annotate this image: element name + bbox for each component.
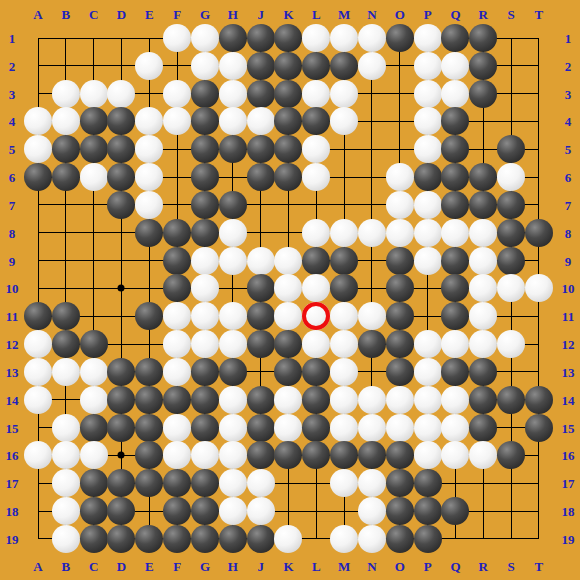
stone-white-O7: [386, 191, 414, 219]
stone-white-A14: [24, 386, 52, 414]
stone-black-K12: [274, 330, 302, 358]
stone-black-L4: [302, 107, 330, 135]
stone-white-P5: [414, 135, 442, 163]
stone-black-D7: [107, 191, 135, 219]
stone-white-B16: [52, 441, 80, 469]
stone-black-G15: [191, 414, 219, 442]
stone-white-D3: [107, 80, 135, 108]
stone-white-H8: [219, 219, 247, 247]
stone-black-Q10: [441, 274, 469, 302]
stone-black-E14: [135, 386, 163, 414]
stone-white-S6: [497, 163, 525, 191]
stone-black-J12: [247, 330, 275, 358]
column-label-top: H: [228, 8, 238, 21]
stone-white-F11: [163, 302, 191, 330]
stone-white-N15: [358, 414, 386, 442]
stone-white-M17: [330, 469, 358, 497]
row-label-right: 1: [565, 32, 572, 45]
stone-black-P6: [414, 163, 442, 191]
stone-white-H16: [219, 441, 247, 469]
stone-white-L6: [302, 163, 330, 191]
row-label-right: 7: [565, 198, 572, 211]
stone-white-E7: [135, 191, 163, 219]
stone-white-Q15: [441, 414, 469, 442]
stone-black-E19: [135, 525, 163, 553]
stone-white-P14: [414, 386, 442, 414]
row-label-right: 16: [562, 449, 575, 462]
row-label-left: 18: [6, 505, 19, 518]
stone-white-B17: [52, 469, 80, 497]
stone-white-G2: [191, 52, 219, 80]
stone-black-T15: [525, 414, 553, 442]
stone-black-O13: [386, 358, 414, 386]
stone-black-E13: [135, 358, 163, 386]
stone-white-R12: [469, 330, 497, 358]
stone-black-C5: [80, 135, 108, 163]
stone-white-H9: [219, 247, 247, 275]
column-label-bottom: G: [200, 560, 210, 573]
stone-black-B12: [52, 330, 80, 358]
stone-black-J3: [247, 80, 275, 108]
column-label-top: D: [117, 8, 126, 21]
stone-white-K11: [274, 302, 302, 330]
row-label-left: 11: [6, 310, 18, 323]
stone-black-Q4: [441, 107, 469, 135]
stone-black-H13: [219, 358, 247, 386]
row-label-right: 12: [562, 338, 575, 351]
stone-black-L13: [302, 358, 330, 386]
stone-white-A4: [24, 107, 52, 135]
stone-black-S7: [497, 191, 525, 219]
stone-white-L5: [302, 135, 330, 163]
column-label-top: G: [200, 8, 210, 21]
stone-black-M10: [330, 274, 358, 302]
column-label-bottom: S: [507, 560, 514, 573]
stone-white-E5: [135, 135, 163, 163]
stone-black-T14: [525, 386, 553, 414]
stone-black-E8: [135, 219, 163, 247]
row-label-left: 1: [9, 32, 16, 45]
stone-black-C12: [80, 330, 108, 358]
stone-black-C19: [80, 525, 108, 553]
stone-white-C14: [80, 386, 108, 414]
stone-black-E16: [135, 441, 163, 469]
row-label-left: 10: [6, 282, 19, 295]
stone-white-B18: [52, 497, 80, 525]
stone-white-N18: [358, 497, 386, 525]
stone-white-M15: [330, 414, 358, 442]
stone-white-F15: [163, 414, 191, 442]
stone-white-N2: [358, 52, 386, 80]
column-label-top: N: [367, 8, 376, 21]
stone-black-O16: [386, 441, 414, 469]
stone-white-L8: [302, 219, 330, 247]
row-label-left: 15: [6, 421, 19, 434]
stone-black-P17: [414, 469, 442, 497]
stone-black-O9: [386, 247, 414, 275]
stone-black-S9: [497, 247, 525, 275]
stone-black-R3: [469, 80, 497, 108]
stone-black-J6: [247, 163, 275, 191]
column-label-top: M: [338, 8, 350, 21]
row-label-left: 4: [9, 115, 16, 128]
stone-white-O6: [386, 163, 414, 191]
stone-black-G19: [191, 525, 219, 553]
stone-black-G13: [191, 358, 219, 386]
stone-white-M3: [330, 80, 358, 108]
stone-white-A16: [24, 441, 52, 469]
column-label-bottom: B: [61, 560, 70, 573]
stone-white-O15: [386, 414, 414, 442]
stone-black-O18: [386, 497, 414, 525]
stone-white-L12: [302, 330, 330, 358]
stone-black-B11: [52, 302, 80, 330]
stone-black-D15: [107, 414, 135, 442]
stone-white-K19: [274, 525, 302, 553]
column-label-bottom: K: [283, 560, 293, 573]
stone-white-F16: [163, 441, 191, 469]
stone-white-H15: [219, 414, 247, 442]
stone-white-P16: [414, 441, 442, 469]
stone-black-Q9: [441, 247, 469, 275]
stone-black-Q5: [441, 135, 469, 163]
stone-black-F8: [163, 219, 191, 247]
stone-black-C4: [80, 107, 108, 135]
stone-black-T8: [525, 219, 553, 247]
stone-black-C18: [80, 497, 108, 525]
stone-white-R8: [469, 219, 497, 247]
row-label-right: 15: [562, 421, 575, 434]
stone-white-P9: [414, 247, 442, 275]
row-label-right: 18: [562, 505, 575, 518]
stone-white-M14: [330, 386, 358, 414]
stone-black-N12: [358, 330, 386, 358]
stone-white-M12: [330, 330, 358, 358]
column-label-bottom: A: [33, 560, 42, 573]
stone-white-R9: [469, 247, 497, 275]
stone-white-B15: [52, 414, 80, 442]
hoshi-point: [118, 452, 125, 459]
stone-black-S16: [497, 441, 525, 469]
stone-black-B5: [52, 135, 80, 163]
column-label-top: T: [535, 8, 544, 21]
stone-black-F18: [163, 497, 191, 525]
stone-white-C3: [80, 80, 108, 108]
stone-black-K6: [274, 163, 302, 191]
stone-white-L1: [302, 24, 330, 52]
stone-black-K5: [274, 135, 302, 163]
row-label-right: 9: [565, 254, 572, 267]
row-label-right: 8: [565, 226, 572, 239]
stone-black-Q1: [441, 24, 469, 52]
stone-black-D4: [107, 107, 135, 135]
stone-white-A13: [24, 358, 52, 386]
column-label-top: K: [283, 8, 293, 21]
row-label-left: 5: [9, 143, 16, 156]
stone-black-O1: [386, 24, 414, 52]
stone-black-R14: [469, 386, 497, 414]
stone-white-N11: [358, 302, 386, 330]
stone-white-P8: [414, 219, 442, 247]
row-label-left: 2: [9, 59, 16, 72]
hoshi-point: [118, 285, 125, 292]
stone-black-G8: [191, 219, 219, 247]
row-label-right: 10: [562, 282, 575, 295]
stone-black-D18: [107, 497, 135, 525]
stone-black-J16: [247, 441, 275, 469]
stone-black-D19: [107, 525, 135, 553]
stone-black-G18: [191, 497, 219, 525]
stone-black-G5: [191, 135, 219, 163]
stone-black-M9: [330, 247, 358, 275]
stone-black-G6: [191, 163, 219, 191]
column-label-bottom: Q: [450, 560, 460, 573]
column-label-bottom: E: [145, 560, 154, 573]
stone-black-R2: [469, 52, 497, 80]
stone-black-J14: [247, 386, 275, 414]
stone-black-H5: [219, 135, 247, 163]
stone-black-Q13: [441, 358, 469, 386]
stone-black-E15: [135, 414, 163, 442]
stone-white-F4: [163, 107, 191, 135]
stone-black-F14: [163, 386, 191, 414]
column-label-bottom: O: [395, 560, 405, 573]
stone-white-N8: [358, 219, 386, 247]
stone-white-C13: [80, 358, 108, 386]
row-label-right: 3: [565, 87, 572, 100]
stone-black-L2: [302, 52, 330, 80]
stone-white-P2: [414, 52, 442, 80]
stone-black-J1: [247, 24, 275, 52]
stone-black-R7: [469, 191, 497, 219]
go-board[interactable]: AABBCCDDEEFFGGHHJJKKLLMMNNOOPPQQRRSSTT11…: [0, 0, 580, 580]
stone-white-P7: [414, 191, 442, 219]
stone-black-Q18: [441, 497, 469, 525]
row-label-left: 13: [6, 365, 19, 378]
stone-black-A11: [24, 302, 52, 330]
stone-black-B6: [52, 163, 80, 191]
stone-black-J19: [247, 525, 275, 553]
column-label-bottom: D: [117, 560, 126, 573]
stone-white-Q14: [441, 386, 469, 414]
stone-black-R13: [469, 358, 497, 386]
stone-white-R11: [469, 302, 497, 330]
stone-white-P3: [414, 80, 442, 108]
column-label-top: S: [507, 8, 514, 21]
column-label-bottom: R: [479, 560, 488, 573]
stone-white-R16: [469, 441, 497, 469]
stone-black-J11: [247, 302, 275, 330]
stone-white-H14: [219, 386, 247, 414]
stone-black-S8: [497, 219, 525, 247]
stone-white-H12: [219, 330, 247, 358]
column-label-top: P: [424, 8, 432, 21]
stone-black-O11: [386, 302, 414, 330]
stone-white-M4: [330, 107, 358, 135]
last-move-marker: [302, 302, 330, 330]
stone-black-D14: [107, 386, 135, 414]
column-label-bottom: L: [312, 560, 321, 573]
stone-black-D6: [107, 163, 135, 191]
stone-white-K14: [274, 386, 302, 414]
stone-white-P1: [414, 24, 442, 52]
stone-white-A5: [24, 135, 52, 163]
stone-white-N17: [358, 469, 386, 497]
stone-white-M8: [330, 219, 358, 247]
stone-white-H4: [219, 107, 247, 135]
stone-white-P12: [414, 330, 442, 358]
stone-black-M2: [330, 52, 358, 80]
stone-black-D13: [107, 358, 135, 386]
stone-white-G12: [191, 330, 219, 358]
stone-black-G3: [191, 80, 219, 108]
column-label-top: A: [33, 8, 42, 21]
stone-black-Q6: [441, 163, 469, 191]
stone-black-L16: [302, 441, 330, 469]
stone-white-S12: [497, 330, 525, 358]
stone-black-J10: [247, 274, 275, 302]
stone-white-J4: [247, 107, 275, 135]
stone-black-O19: [386, 525, 414, 553]
column-label-top: R: [479, 8, 488, 21]
column-label-top: Q: [450, 8, 460, 21]
stone-black-C17: [80, 469, 108, 497]
stone-white-L10: [302, 274, 330, 302]
stone-black-F17: [163, 469, 191, 497]
stone-black-M16: [330, 441, 358, 469]
stone-black-E17: [135, 469, 163, 497]
stone-white-F3: [163, 80, 191, 108]
stone-black-K1: [274, 24, 302, 52]
stone-white-O14: [386, 386, 414, 414]
stone-white-M13: [330, 358, 358, 386]
row-label-left: 9: [9, 254, 16, 267]
stone-white-T10: [525, 274, 553, 302]
stone-white-M11: [330, 302, 358, 330]
stone-white-Q8: [441, 219, 469, 247]
stone-black-L15: [302, 414, 330, 442]
stone-white-N19: [358, 525, 386, 553]
stone-black-Q11: [441, 302, 469, 330]
column-label-top: C: [89, 8, 98, 21]
stone-white-F13: [163, 358, 191, 386]
row-label-right: 14: [562, 393, 575, 406]
column-label-bottom: H: [228, 560, 238, 573]
stone-white-P13: [414, 358, 442, 386]
stone-white-M1: [330, 24, 358, 52]
stone-black-P19: [414, 525, 442, 553]
stone-black-J5: [247, 135, 275, 163]
row-label-left: 6: [9, 171, 16, 184]
stone-black-H7: [219, 191, 247, 219]
stone-white-S10: [497, 274, 525, 302]
row-label-right: 13: [562, 365, 575, 378]
stone-white-E6: [135, 163, 163, 191]
stone-black-D17: [107, 469, 135, 497]
column-label-top: B: [61, 8, 70, 21]
stone-white-B4: [52, 107, 80, 135]
stone-black-E11: [135, 302, 163, 330]
stone-white-H3: [219, 80, 247, 108]
stone-white-Q12: [441, 330, 469, 358]
stone-white-J17: [247, 469, 275, 497]
column-label-top: E: [145, 8, 154, 21]
stone-black-F10: [163, 274, 191, 302]
stone-white-B19: [52, 525, 80, 553]
stone-white-L3: [302, 80, 330, 108]
stone-white-H17: [219, 469, 247, 497]
stone-black-H19: [219, 525, 247, 553]
stone-black-A6: [24, 163, 52, 191]
column-label-bottom: N: [367, 560, 376, 573]
row-label-right: 11: [562, 310, 574, 323]
row-label-left: 14: [6, 393, 19, 406]
row-label-right: 17: [562, 477, 575, 490]
row-label-left: 7: [9, 198, 16, 211]
stone-white-G1: [191, 24, 219, 52]
stone-white-G9: [191, 247, 219, 275]
row-label-right: 5: [565, 143, 572, 156]
stone-black-D5: [107, 135, 135, 163]
column-label-bottom: F: [173, 560, 181, 573]
column-label-bottom: C: [89, 560, 98, 573]
stone-white-Q16: [441, 441, 469, 469]
stone-black-K4: [274, 107, 302, 135]
stone-white-N14: [358, 386, 386, 414]
stone-white-E4: [135, 107, 163, 135]
stone-black-K16: [274, 441, 302, 469]
stone-white-C6: [80, 163, 108, 191]
row-label-right: 6: [565, 171, 572, 184]
stone-white-A12: [24, 330, 52, 358]
stone-white-G11: [191, 302, 219, 330]
stone-black-L9: [302, 247, 330, 275]
stone-black-P18: [414, 497, 442, 525]
stone-white-K15: [274, 414, 302, 442]
row-label-left: 3: [9, 87, 16, 100]
stone-white-O8: [386, 219, 414, 247]
stone-black-R6: [469, 163, 497, 191]
row-label-left: 17: [6, 477, 19, 490]
stone-white-B13: [52, 358, 80, 386]
column-label-bottom: P: [424, 560, 432, 573]
stone-black-J2: [247, 52, 275, 80]
stone-white-G16: [191, 441, 219, 469]
stone-black-C15: [80, 414, 108, 442]
column-label-top: O: [395, 8, 405, 21]
stone-black-G7: [191, 191, 219, 219]
stone-white-P4: [414, 107, 442, 135]
stone-white-R10: [469, 274, 497, 302]
stone-black-G14: [191, 386, 219, 414]
column-label-top: L: [312, 8, 321, 21]
stone-white-K9: [274, 247, 302, 275]
stone-black-O17: [386, 469, 414, 497]
stone-white-C16: [80, 441, 108, 469]
stone-black-G4: [191, 107, 219, 135]
stone-black-K13: [274, 358, 302, 386]
row-label-right: 4: [565, 115, 572, 128]
stone-black-F19: [163, 525, 191, 553]
stone-black-S14: [497, 386, 525, 414]
row-label-right: 19: [562, 532, 575, 545]
stone-black-J15: [247, 414, 275, 442]
stone-black-L14: [302, 386, 330, 414]
stone-white-K10: [274, 274, 302, 302]
stone-black-Q7: [441, 191, 469, 219]
stone-white-B3: [52, 80, 80, 108]
stone-black-S5: [497, 135, 525, 163]
